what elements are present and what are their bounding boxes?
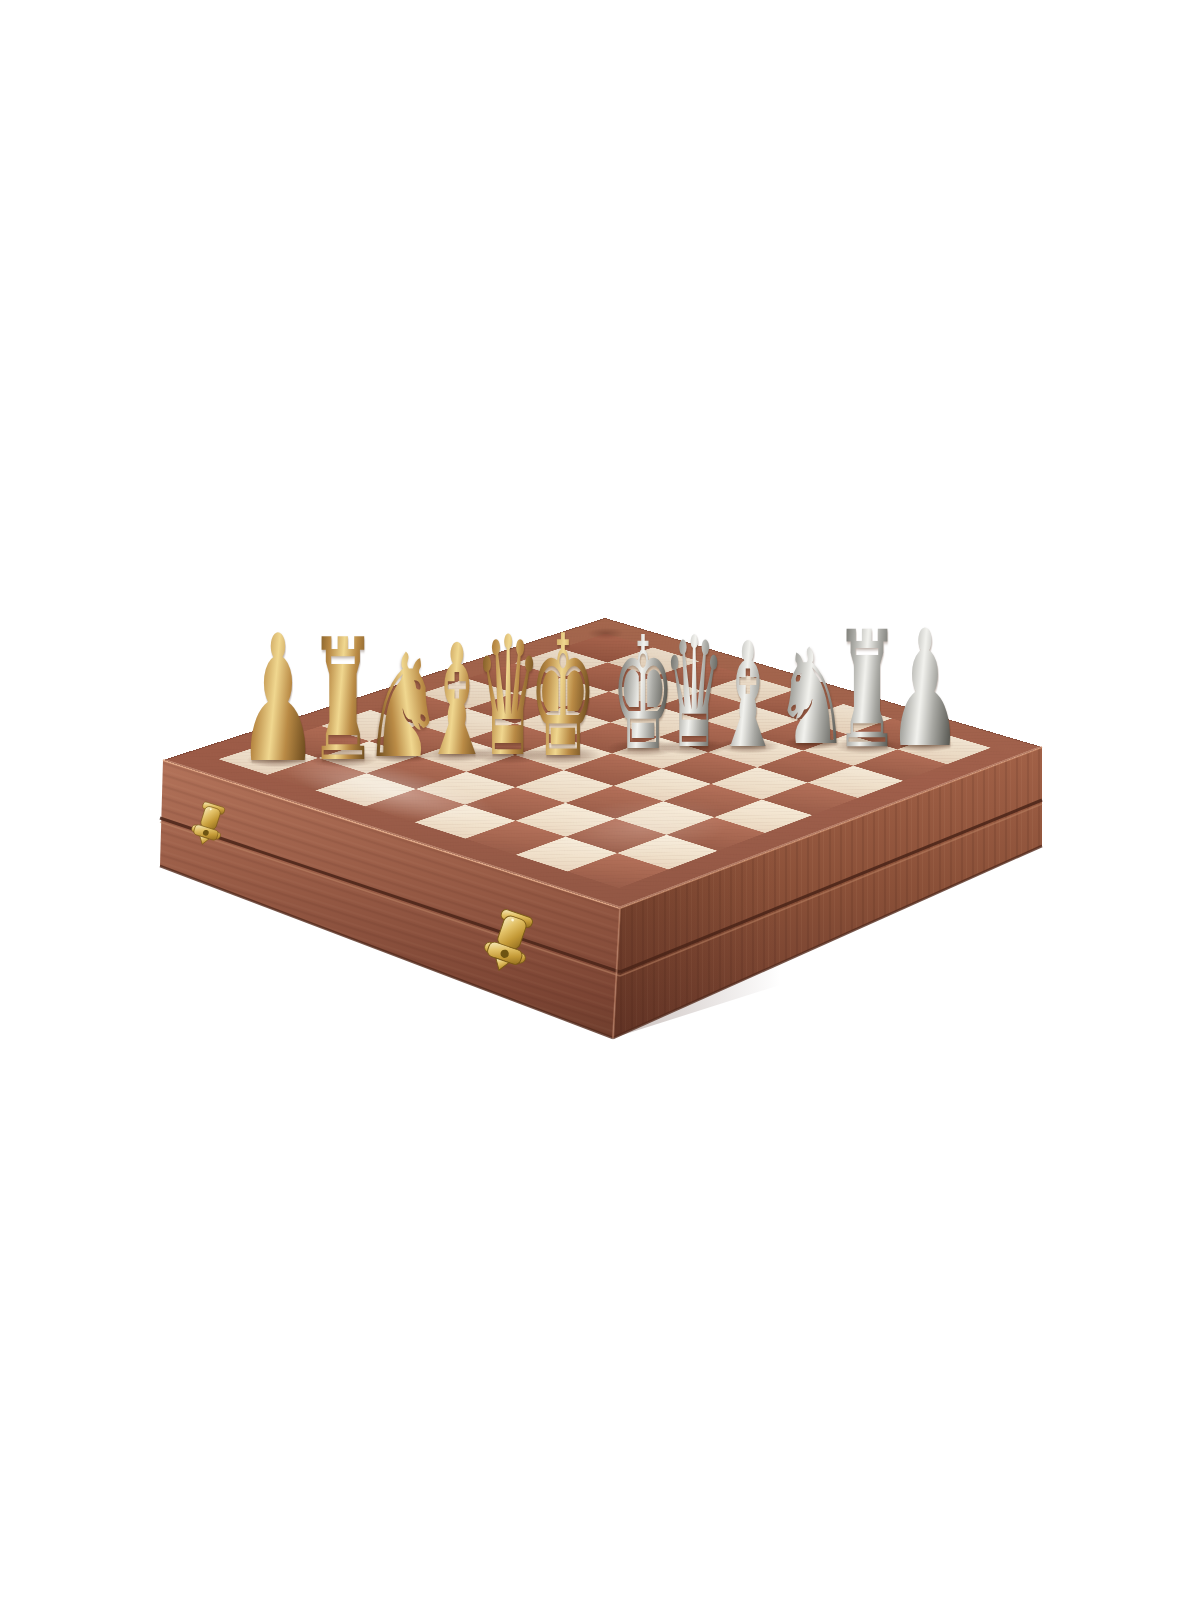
product-photo-scene: ♟♜♞♝♛♚♚♛♝♞♜♟ xyxy=(0,0,1200,1600)
